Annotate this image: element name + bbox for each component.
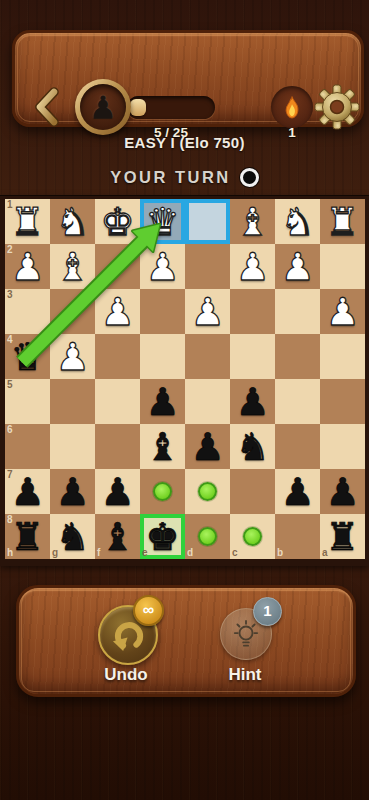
piece-wP-a3[interactable]: ♟ xyxy=(320,289,365,334)
square-g4[interactable]: ♟ xyxy=(50,334,95,379)
square-h8[interactable]: 8h♜ xyxy=(5,514,50,559)
piece-wP-h2[interactable]: ♟ xyxy=(5,244,50,289)
lightbulb-icon xyxy=(232,618,260,650)
piece-bR-a8[interactable]: ♜ xyxy=(320,514,365,559)
square-d3[interactable]: ♟ xyxy=(185,289,230,334)
level-progress-fill xyxy=(130,99,146,116)
square-f4[interactable] xyxy=(95,334,140,379)
square-h3[interactable]: 3 xyxy=(5,289,50,334)
rank-label: 6 xyxy=(7,425,13,435)
hint-label[interactable]: Hint xyxy=(195,665,295,685)
piece-wN-g1[interactable]: ♞ xyxy=(50,199,95,244)
piece-bP-c5[interactable]: ♟ xyxy=(230,379,275,424)
piece-bB-e6[interactable]: ♝ xyxy=(140,424,185,469)
square-d4[interactable] xyxy=(185,334,230,379)
piece-wQ-e1[interactable]: ♛ xyxy=(140,199,185,244)
square-e7[interactable] xyxy=(140,469,185,514)
square-b3[interactable] xyxy=(275,289,320,334)
back-button[interactable] xyxy=(32,87,60,127)
square-a8[interactable]: a♜ xyxy=(320,514,365,559)
square-a6[interactable] xyxy=(320,424,365,469)
legal-move-dot-d7[interactable] xyxy=(198,482,217,501)
square-c2[interactable]: ♟ xyxy=(230,244,275,289)
square-e1[interactable]: ♛ xyxy=(140,199,185,244)
square-f3[interactable]: ♟ xyxy=(95,289,140,334)
square-e6[interactable]: ♝ xyxy=(140,424,185,469)
square-a5[interactable] xyxy=(320,379,365,424)
square-b7[interactable]: ♟ xyxy=(275,469,320,514)
square-f2[interactable] xyxy=(95,244,140,289)
piece-wP-e2[interactable]: ♟ xyxy=(140,244,185,289)
turn-label: YOUR TURN xyxy=(110,168,231,187)
square-a2[interactable] xyxy=(320,244,365,289)
square-c7[interactable] xyxy=(230,469,275,514)
piece-bP-b7[interactable]: ♟ xyxy=(275,469,320,514)
square-d7[interactable] xyxy=(185,469,230,514)
square-d1[interactable] xyxy=(185,199,230,244)
legal-move-dot-c8[interactable] xyxy=(243,527,262,546)
square-a7[interactable]: ♟ xyxy=(320,469,365,514)
square-b5[interactable] xyxy=(275,379,320,424)
square-d5[interactable] xyxy=(185,379,230,424)
piece-wR-a1[interactable]: ♜ xyxy=(320,199,365,244)
rank-label: 3 xyxy=(7,290,13,300)
piece-bP-f7[interactable]: ♟ xyxy=(95,469,140,514)
file-label: b xyxy=(277,548,283,558)
square-e3[interactable] xyxy=(140,289,185,334)
square-f7[interactable]: ♟ xyxy=(95,469,140,514)
hint-count-badge: 1 xyxy=(253,597,282,626)
square-c8[interactable]: c xyxy=(230,514,275,559)
settings-button[interactable] xyxy=(314,84,360,130)
black-pawn-icon: ♟ xyxy=(89,92,117,123)
square-b6[interactable] xyxy=(275,424,320,469)
square-a4[interactable] xyxy=(320,334,365,379)
square-a1[interactable]: ♜ xyxy=(320,199,365,244)
undo-label[interactable]: Undo xyxy=(76,665,176,685)
square-e2[interactable]: ♟ xyxy=(140,244,185,289)
streak-indicator[interactable] xyxy=(271,86,313,128)
chess-board: 1♜♞♚♛♝♞♜2♟♝♟♟♟3♟♟♟4♛♟5♟♟6♝♟♞7♟♟♟♟♟8h♜g♞f… xyxy=(0,195,369,566)
level-badge[interactable]: ♟ xyxy=(75,79,131,135)
legal-move-dot-d8[interactable] xyxy=(198,527,217,546)
square-g8[interactable]: g♞ xyxy=(50,514,95,559)
square-f5[interactable] xyxy=(95,379,140,424)
piece-wP-f3[interactable]: ♟ xyxy=(95,289,140,334)
undo-count-badge: ∞ xyxy=(133,595,164,626)
square-c5[interactable]: ♟ xyxy=(230,379,275,424)
square-h4[interactable]: 4♛ xyxy=(5,334,50,379)
piece-wP-d3[interactable]: ♟ xyxy=(185,289,230,334)
top-bar-panel: 5 / 25 ♟ 1 xyxy=(12,30,364,127)
square-c6[interactable]: ♞ xyxy=(230,424,275,469)
piece-wP-c2[interactable]: ♟ xyxy=(230,244,275,289)
piece-wP-b2[interactable]: ♟ xyxy=(275,244,320,289)
piece-bP-g7[interactable]: ♟ xyxy=(50,469,95,514)
square-g1[interactable]: ♞ xyxy=(50,199,95,244)
square-b2[interactable]: ♟ xyxy=(275,244,320,289)
square-e5[interactable]: ♟ xyxy=(140,379,185,424)
piece-bP-e5[interactable]: ♟ xyxy=(140,379,185,424)
square-g7[interactable]: ♟ xyxy=(50,469,95,514)
flame-icon xyxy=(282,94,302,121)
square-c1[interactable]: ♝ xyxy=(230,199,275,244)
square-d6[interactable]: ♟ xyxy=(185,424,230,469)
piece-bP-h7[interactable]: ♟ xyxy=(5,469,50,514)
square-h2[interactable]: 2♟ xyxy=(5,244,50,289)
square-f1[interactable]: ♚ xyxy=(95,199,140,244)
legal-move-dot-e7[interactable] xyxy=(153,482,172,501)
square-e4[interactable] xyxy=(140,334,185,379)
piece-wB-g2[interactable]: ♝ xyxy=(50,244,95,289)
turn-indicator-row: YOUR TURN xyxy=(0,168,369,187)
square-e8[interactable]: e♚ xyxy=(140,514,185,559)
square-a3[interactable]: ♟ xyxy=(320,289,365,334)
square-h6[interactable]: 6 xyxy=(5,424,50,469)
file-label: d xyxy=(187,548,193,558)
bottom-bar-panel: ∞ Undo 1 Hint xyxy=(16,585,356,697)
piece-wN-b1[interactable]: ♞ xyxy=(275,199,320,244)
square-c4[interactable] xyxy=(230,334,275,379)
piece-bP-d6[interactable]: ♟ xyxy=(185,424,230,469)
square-g2[interactable]: ♝ xyxy=(50,244,95,289)
gear-icon xyxy=(314,84,360,130)
piece-wK-f1[interactable]: ♚ xyxy=(95,199,140,244)
square-h5[interactable]: 5 xyxy=(5,379,50,424)
piece-bP-a7[interactable]: ♟ xyxy=(320,469,365,514)
piece-bR-h8[interactable]: ♜ xyxy=(5,514,50,559)
piece-wP-g4[interactable]: ♟ xyxy=(50,334,95,379)
piece-wB-c1[interactable]: ♝ xyxy=(230,199,275,244)
square-c3[interactable] xyxy=(230,289,275,334)
file-label: c xyxy=(232,548,238,558)
black-to-move-icon xyxy=(240,168,259,187)
square-b1[interactable]: ♞ xyxy=(275,199,320,244)
piece-bK-e8[interactable]: ♚ xyxy=(140,514,185,559)
piece-bN-g8[interactable]: ♞ xyxy=(50,514,95,559)
difficulty-label: EASY I (Elo 750) xyxy=(0,134,369,151)
square-g6[interactable] xyxy=(50,424,95,469)
square-d8[interactable]: d xyxy=(185,514,230,559)
piece-bB-f8[interactable]: ♝ xyxy=(95,514,140,559)
piece-bQ-h4[interactable]: ♛ xyxy=(5,334,50,379)
square-g5[interactable] xyxy=(50,379,95,424)
square-g3[interactable] xyxy=(50,289,95,334)
board-grid: 1♜♞♚♛♝♞♜2♟♝♟♟♟3♟♟♟4♛♟5♟♟6♝♟♞7♟♟♟♟♟8h♜g♞f… xyxy=(5,199,365,559)
level-badge-inner: ♟ xyxy=(80,84,126,130)
square-b4[interactable] xyxy=(275,334,320,379)
square-b8[interactable]: b xyxy=(275,514,320,559)
piece-wR-h1[interactable]: ♜ xyxy=(5,199,50,244)
rank-label: 5 xyxy=(7,380,13,390)
square-h7[interactable]: 7♟ xyxy=(5,469,50,514)
app-screen: 5 / 25 ♟ 1 xyxy=(0,0,369,800)
square-f8[interactable]: f♝ xyxy=(95,514,140,559)
chevron-left-icon xyxy=(32,87,60,127)
square-f6[interactable] xyxy=(95,424,140,469)
level-progress-bar xyxy=(127,96,215,119)
square-h1[interactable]: 1♜ xyxy=(5,199,50,244)
square-d2[interactable] xyxy=(185,244,230,289)
piece-bN-c6[interactable]: ♞ xyxy=(230,424,275,469)
